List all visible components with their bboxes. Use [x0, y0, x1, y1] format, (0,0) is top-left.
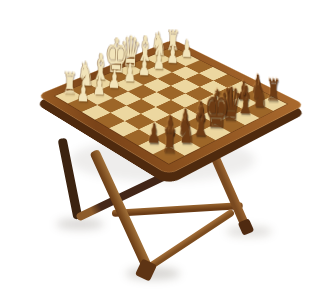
piece-black-rook[interactable]: ♜: [151, 124, 188, 158]
square-h8[interactable]: ♜: [153, 147, 184, 164]
piece-white-pawn[interactable]: ♟: [66, 79, 100, 106]
product-photo: ♜♞♝♛♚♝♞♜♟♟♟♟♟♟♟♟♟♟♟♟♟♟♟♟♜♞♝♛♚♝♞♜: [0, 0, 318, 304]
table-stretcher-near: [148, 208, 235, 269]
